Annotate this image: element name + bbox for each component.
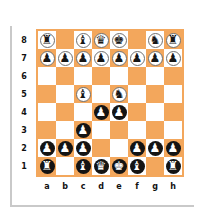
- square-g3[interactable]: [146, 121, 164, 139]
- square-b7[interactable]: ♟: [56, 49, 74, 67]
- square-d7[interactable]: ♟: [92, 49, 110, 67]
- black-bishop-icon: ♝: [78, 34, 89, 46]
- piece-white-pawn[interactable]: ♟: [40, 141, 55, 156]
- square-d8[interactable]: ♛: [92, 31, 110, 49]
- piece-black-pawn[interactable]: ♟: [94, 51, 109, 66]
- square-b3[interactable]: [56, 121, 74, 139]
- piece-white-pawn[interactable]: ♟: [76, 141, 91, 156]
- square-c6[interactable]: [74, 67, 92, 85]
- square-h5[interactable]: [164, 85, 182, 103]
- piece-black-bishop[interactable]: ♝: [76, 33, 91, 48]
- piece-black-pawn[interactable]: ♟: [58, 51, 73, 66]
- piece-white-pawn[interactable]: ♟: [58, 141, 73, 156]
- square-h4[interactable]: [164, 103, 182, 121]
- piece-black-bishop[interactable]: ♝: [76, 87, 91, 102]
- square-a1[interactable]: ♜: [38, 157, 56, 175]
- square-b1[interactable]: [56, 157, 74, 175]
- file-labels: abcdefgh: [38, 179, 182, 193]
- black-pawn-icon: ♟: [168, 52, 179, 64]
- square-e2[interactable]: [110, 139, 128, 157]
- rank-label-3: 3: [18, 121, 30, 139]
- black-queen-icon: ♛: [96, 34, 107, 46]
- square-c8[interactable]: ♝: [74, 31, 92, 49]
- square-c2[interactable]: ♟: [74, 139, 92, 157]
- white-rook-icon: ♜: [42, 160, 53, 172]
- square-b6[interactable]: [56, 67, 74, 85]
- square-g8[interactable]: ♞: [146, 31, 164, 49]
- square-b8[interactable]: [56, 31, 74, 49]
- square-b4[interactable]: [56, 103, 74, 121]
- square-d5[interactable]: [92, 85, 110, 103]
- piece-white-pawn[interactable]: ♟: [94, 105, 109, 120]
- piece-black-pawn[interactable]: ♟: [166, 51, 181, 66]
- black-pawn-icon: ♟: [60, 52, 71, 64]
- board-card: 87654321 ♜♝♛♚♞♜♟♟♟♟♟♟♟♟♝♞♟♟♟♟♟♟♟♟♟♜♝♛♚♝♜…: [12, 24, 196, 205]
- square-g7[interactable]: ♟: [146, 49, 164, 67]
- square-f6[interactable]: [128, 67, 146, 85]
- square-f2[interactable]: ♟: [128, 139, 146, 157]
- rank-label-7: 7: [18, 49, 30, 67]
- rank-label-8: 8: [18, 31, 30, 49]
- black-king-icon: ♚: [114, 34, 125, 46]
- white-pawn-icon: ♟: [78, 142, 89, 154]
- square-a4[interactable]: [38, 103, 56, 121]
- piece-black-king[interactable]: ♚: [112, 33, 127, 48]
- square-g6[interactable]: [146, 67, 164, 85]
- square-b2[interactable]: ♟: [56, 139, 74, 157]
- black-rook-icon: ♜: [42, 34, 53, 46]
- white-pawn-icon: ♟: [96, 106, 107, 118]
- square-h1[interactable]: ♜: [164, 157, 182, 175]
- square-a3[interactable]: [38, 121, 56, 139]
- file-label-g: g: [146, 179, 164, 193]
- piece-white-bishop[interactable]: ♝: [76, 159, 91, 174]
- piece-white-rook[interactable]: ♜: [40, 159, 55, 174]
- rank-label-6: 6: [18, 67, 30, 85]
- piece-black-knight[interactable]: ♞: [112, 87, 127, 102]
- square-c7[interactable]: ♟: [74, 49, 92, 67]
- piece-white-pawn[interactable]: ♟: [112, 105, 127, 120]
- piece-white-pawn[interactable]: ♟: [130, 141, 145, 156]
- white-queen-icon: ♛: [96, 160, 107, 172]
- piece-black-rook[interactable]: ♜: [166, 33, 181, 48]
- square-h2[interactable]: ♟: [164, 139, 182, 157]
- square-g4[interactable]: [146, 103, 164, 121]
- square-c1[interactable]: ♝: [74, 157, 92, 175]
- square-d2[interactable]: [92, 139, 110, 157]
- square-c5[interactable]: ♝: [74, 85, 92, 103]
- square-c4[interactable]: [74, 103, 92, 121]
- file-label-d: d: [92, 179, 110, 193]
- white-bishop-icon: ♝: [132, 160, 143, 172]
- black-knight-icon: ♞: [114, 88, 125, 100]
- square-a2[interactable]: ♟: [38, 139, 56, 157]
- piece-white-bishop[interactable]: ♝: [130, 159, 145, 174]
- black-pawn-icon: ♟: [42, 52, 53, 64]
- black-pawn-icon: ♟: [78, 52, 89, 64]
- black-knight-icon: ♞: [150, 34, 161, 46]
- square-e1[interactable]: ♚: [110, 157, 128, 175]
- square-h8[interactable]: ♜: [164, 31, 182, 49]
- square-e8[interactable]: ♚: [110, 31, 128, 49]
- white-pawn-icon: ♟: [132, 142, 143, 154]
- piece-white-rook[interactable]: ♜: [166, 159, 181, 174]
- board-grid: ♜♝♛♚♞♜♟♟♟♟♟♟♟♟♝♞♟♟♟♟♟♟♟♟♟♜♝♛♚♝♜: [38, 31, 182, 175]
- piece-black-knight[interactable]: ♞: [148, 33, 163, 48]
- piece-black-queen[interactable]: ♛: [94, 33, 109, 48]
- piece-black-pawn[interactable]: ♟: [76, 51, 91, 66]
- piece-white-pawn[interactable]: ♟: [76, 123, 91, 138]
- square-g5[interactable]: [146, 85, 164, 103]
- square-c3[interactable]: ♟: [74, 121, 92, 139]
- square-h3[interactable]: [164, 121, 182, 139]
- square-d6[interactable]: [92, 67, 110, 85]
- square-f5[interactable]: [128, 85, 146, 103]
- square-e4[interactable]: ♟: [110, 103, 128, 121]
- square-h7[interactable]: ♟: [164, 49, 182, 67]
- piece-black-pawn[interactable]: ♟: [148, 51, 163, 66]
- square-h6[interactable]: [164, 67, 182, 85]
- square-e3[interactable]: [110, 121, 128, 139]
- file-label-c: c: [74, 179, 92, 193]
- square-e5[interactable]: ♞: [110, 85, 128, 103]
- rank-labels: 87654321: [18, 31, 30, 175]
- square-e7[interactable]: ♟: [110, 49, 128, 67]
- piece-black-rook[interactable]: ♜: [40, 33, 55, 48]
- white-pawn-icon: ♟: [42, 142, 53, 154]
- piece-white-king[interactable]: ♚: [112, 159, 127, 174]
- piece-black-pawn[interactable]: ♟: [130, 51, 145, 66]
- white-pawn-icon: ♟: [168, 142, 179, 154]
- white-rook-icon: ♜: [168, 160, 179, 172]
- white-pawn-icon: ♟: [78, 124, 89, 136]
- white-pawn-icon: ♟: [150, 142, 161, 154]
- square-d1[interactable]: ♛: [92, 157, 110, 175]
- white-king-icon: ♚: [114, 160, 125, 172]
- black-pawn-icon: ♟: [96, 52, 107, 64]
- rank-label-4: 4: [18, 103, 30, 121]
- square-g1[interactable]: [146, 157, 164, 175]
- black-pawn-icon: ♟: [150, 52, 161, 64]
- file-label-e: e: [110, 179, 128, 193]
- file-label-f: f: [128, 179, 146, 193]
- black-bishop-icon: ♝: [78, 88, 89, 100]
- white-pawn-icon: ♟: [60, 142, 71, 154]
- square-a7[interactable]: ♟: [38, 49, 56, 67]
- page: 87654321 ♜♝♛♚♞♜♟♟♟♟♟♟♟♟♝♞♟♟♟♟♟♟♟♟♟♜♝♛♚♝♜…: [0, 0, 220, 220]
- rank-label-2: 2: [18, 139, 30, 157]
- square-g2[interactable]: ♟: [146, 139, 164, 157]
- square-a6[interactable]: [38, 67, 56, 85]
- square-a8[interactable]: ♜: [38, 31, 56, 49]
- piece-black-pawn[interactable]: ♟: [112, 51, 127, 66]
- piece-white-pawn[interactable]: ♟: [166, 141, 181, 156]
- piece-white-queen[interactable]: ♛: [94, 159, 109, 174]
- square-e6[interactable]: [110, 67, 128, 85]
- chess-board: ♜♝♛♚♞♜♟♟♟♟♟♟♟♟♝♞♟♟♟♟♟♟♟♟♟♜♝♛♚♝♜: [36, 29, 184, 177]
- file-label-a: a: [38, 179, 56, 193]
- black-pawn-icon: ♟: [132, 52, 143, 64]
- square-f8[interactable]: [128, 31, 146, 49]
- square-b5[interactable]: [56, 85, 74, 103]
- square-f3[interactable]: [128, 121, 146, 139]
- white-pawn-icon: ♟: [114, 106, 125, 118]
- square-d3[interactable]: [92, 121, 110, 139]
- square-d4[interactable]: ♟: [92, 103, 110, 121]
- file-label-h: h: [164, 179, 182, 193]
- white-bishop-icon: ♝: [78, 160, 89, 172]
- square-f7[interactable]: ♟: [128, 49, 146, 67]
- black-rook-icon: ♜: [168, 34, 179, 46]
- square-a5[interactable]: [38, 85, 56, 103]
- square-f1[interactable]: ♝: [128, 157, 146, 175]
- rank-label-5: 5: [18, 85, 30, 103]
- file-label-b: b: [56, 179, 74, 193]
- piece-white-pawn[interactable]: ♟: [148, 141, 163, 156]
- square-f4[interactable]: [128, 103, 146, 121]
- black-pawn-icon: ♟: [114, 52, 125, 64]
- rank-label-1: 1: [18, 157, 30, 175]
- piece-black-pawn[interactable]: ♟: [40, 51, 55, 66]
